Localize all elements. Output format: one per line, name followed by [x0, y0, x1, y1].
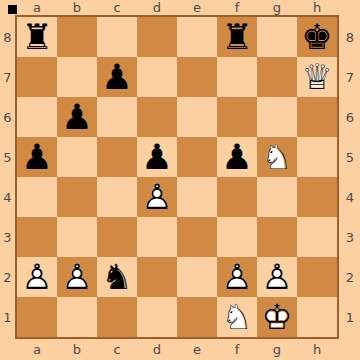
piece-black-pawn: ♟	[137, 137, 177, 177]
square-h8[interactable]: ♚	[297, 17, 337, 57]
piece-white-pawn: ♟	[137, 177, 177, 217]
rank-label-1-left: 1	[0, 297, 15, 337]
file-label-a-bottom: a	[17, 341, 57, 358]
piece-black-pawn: ♟	[57, 97, 97, 137]
piece-white-pawn: ♟	[17, 257, 57, 297]
file-label-g-bottom: g	[257, 341, 297, 358]
square-h5[interactable]	[297, 137, 337, 177]
square-d3[interactable]	[137, 217, 177, 257]
square-d5[interactable]: ♟	[137, 137, 177, 177]
square-a3[interactable]	[17, 217, 57, 257]
piece-black-knight: ♞	[97, 257, 137, 297]
piece-black-king: ♚	[297, 17, 337, 57]
rank-label-3-left: 3	[0, 217, 15, 257]
rank-label-7-left: 7	[0, 57, 15, 97]
piece-white-knight: ♞	[257, 137, 297, 177]
file-label-b-bottom: b	[57, 341, 97, 358]
square-g1[interactable]: ♚♔	[257, 297, 297, 337]
file-label-h-bottom: h	[297, 341, 337, 358]
piece-white-knight-outline: ♘	[217, 297, 257, 337]
square-a6[interactable]	[17, 97, 57, 137]
square-a8[interactable]: ♜	[17, 17, 57, 57]
piece-black-rook: ♜	[17, 17, 57, 57]
square-a5[interactable]: ♟	[17, 137, 57, 177]
square-b7[interactable]	[57, 57, 97, 97]
piece-white-pawn-outline: ♙	[217, 257, 257, 297]
file-label-h-top: h	[297, 0, 337, 15]
square-b6[interactable]: ♟	[57, 97, 97, 137]
black-to-move-indicator	[8, 5, 17, 14]
file-labels-top: abcdefgh	[17, 0, 337, 15]
square-c6[interactable]	[97, 97, 137, 137]
rank-label-8-left: 8	[0, 17, 15, 57]
square-b4[interactable]	[57, 177, 97, 217]
square-d7[interactable]	[137, 57, 177, 97]
rank-label-6-right: 6	[342, 97, 358, 137]
square-c5[interactable]	[97, 137, 137, 177]
square-c3[interactable]	[97, 217, 137, 257]
square-g2[interactable]: ♟♙	[257, 257, 297, 297]
square-f1[interactable]: ♞♘	[217, 297, 257, 337]
square-b5[interactable]	[57, 137, 97, 177]
file-label-a-top: a	[17, 0, 57, 15]
square-e1[interactable]	[177, 297, 217, 337]
square-e6[interactable]	[177, 97, 217, 137]
rank-label-3-right: 3	[342, 217, 358, 257]
square-b1[interactable]	[57, 297, 97, 337]
square-a4[interactable]	[17, 177, 57, 217]
piece-white-pawn-outline: ♙	[137, 177, 177, 217]
piece-white-queen: ♛	[297, 57, 337, 97]
piece-black-pawn: ♟	[217, 137, 257, 177]
file-label-d-top: d	[137, 0, 177, 15]
square-b3[interactable]	[57, 217, 97, 257]
square-c4[interactable]	[97, 177, 137, 217]
square-g3[interactable]	[257, 217, 297, 257]
rank-labels-right: 87654321	[342, 17, 358, 337]
square-h4[interactable]	[297, 177, 337, 217]
square-b2[interactable]: ♟♙	[57, 257, 97, 297]
square-h3[interactable]	[297, 217, 337, 257]
square-b8[interactable]	[57, 17, 97, 57]
piece-black-pawn: ♟	[17, 137, 57, 177]
square-e8[interactable]	[177, 17, 217, 57]
piece-white-pawn-outline: ♙	[17, 257, 57, 297]
square-f2[interactable]: ♟♙	[217, 257, 257, 297]
piece-white-knight: ♞	[217, 297, 257, 337]
rank-label-2-left: 2	[0, 257, 15, 297]
square-g5[interactable]: ♞♘	[257, 137, 297, 177]
square-c8[interactable]	[97, 17, 137, 57]
square-f7[interactable]	[217, 57, 257, 97]
chess-diagram: abcdefgh abcdefgh 87654321 87654321 ♜♜♚♟…	[0, 0, 360, 360]
square-h2[interactable]	[297, 257, 337, 297]
square-a2[interactable]: ♟♙	[17, 257, 57, 297]
piece-white-pawn: ♟	[217, 257, 257, 297]
square-e5[interactable]	[177, 137, 217, 177]
rank-label-4-left: 4	[0, 177, 15, 217]
chess-board: ♜♜♚♟♛♕♟♟♟♟♞♘♟♙♟♙♟♙♞♟♙♟♙♞♘♚♔	[15, 15, 339, 339]
file-label-c-top: c	[97, 0, 137, 15]
square-e4[interactable]	[177, 177, 217, 217]
square-d1[interactable]	[137, 297, 177, 337]
square-f3[interactable]	[217, 217, 257, 257]
piece-white-knight-outline: ♘	[257, 137, 297, 177]
square-d6[interactable]	[137, 97, 177, 137]
piece-white-king: ♚	[257, 297, 297, 337]
square-h1[interactable]	[297, 297, 337, 337]
rank-label-7-right: 7	[342, 57, 358, 97]
piece-black-rook: ♜	[217, 17, 257, 57]
rank-label-2-right: 2	[342, 257, 358, 297]
rank-labels-left: 87654321	[0, 17, 15, 337]
file-label-f-bottom: f	[217, 341, 257, 358]
square-c1[interactable]	[97, 297, 137, 337]
piece-white-pawn: ♟	[257, 257, 297, 297]
square-e3[interactable]	[177, 217, 217, 257]
square-h7[interactable]: ♛♕	[297, 57, 337, 97]
rank-label-8-right: 8	[342, 17, 358, 57]
rank-label-4-right: 4	[342, 177, 358, 217]
square-d8[interactable]	[137, 17, 177, 57]
square-h6[interactable]	[297, 97, 337, 137]
square-f4[interactable]	[217, 177, 257, 217]
square-g7[interactable]	[257, 57, 297, 97]
rank-label-5-left: 5	[0, 137, 15, 177]
square-g8[interactable]	[257, 17, 297, 57]
square-f6[interactable]	[217, 97, 257, 137]
file-label-b-top: b	[57, 0, 97, 15]
square-d4[interactable]: ♟♙	[137, 177, 177, 217]
square-f5[interactable]: ♟	[217, 137, 257, 177]
piece-white-pawn-outline: ♙	[257, 257, 297, 297]
file-label-e-top: e	[177, 0, 217, 15]
piece-white-queen-outline: ♕	[297, 57, 337, 97]
square-g4[interactable]	[257, 177, 297, 217]
piece-white-pawn: ♟	[57, 257, 97, 297]
square-c7[interactable]: ♟	[97, 57, 137, 97]
square-d2[interactable]	[137, 257, 177, 297]
file-labels-bottom: abcdefgh	[17, 341, 337, 358]
rank-label-5-right: 5	[342, 137, 358, 177]
piece-white-pawn-outline: ♙	[57, 257, 97, 297]
piece-white-king-outline: ♔	[257, 297, 297, 337]
square-e7[interactable]	[177, 57, 217, 97]
rank-label-6-left: 6	[0, 97, 15, 137]
square-g6[interactable]	[257, 97, 297, 137]
square-f8[interactable]: ♜	[217, 17, 257, 57]
piece-black-pawn: ♟	[97, 57, 137, 97]
square-e2[interactable]	[177, 257, 217, 297]
file-label-c-bottom: c	[97, 341, 137, 358]
square-c2[interactable]: ♞	[97, 257, 137, 297]
square-a1[interactable]	[17, 297, 57, 337]
file-label-d-bottom: d	[137, 341, 177, 358]
file-label-f-top: f	[217, 0, 257, 15]
file-label-g-top: g	[257, 0, 297, 15]
rank-label-1-right: 1	[342, 297, 358, 337]
square-a7[interactable]	[17, 57, 57, 97]
file-label-e-bottom: e	[177, 341, 217, 358]
